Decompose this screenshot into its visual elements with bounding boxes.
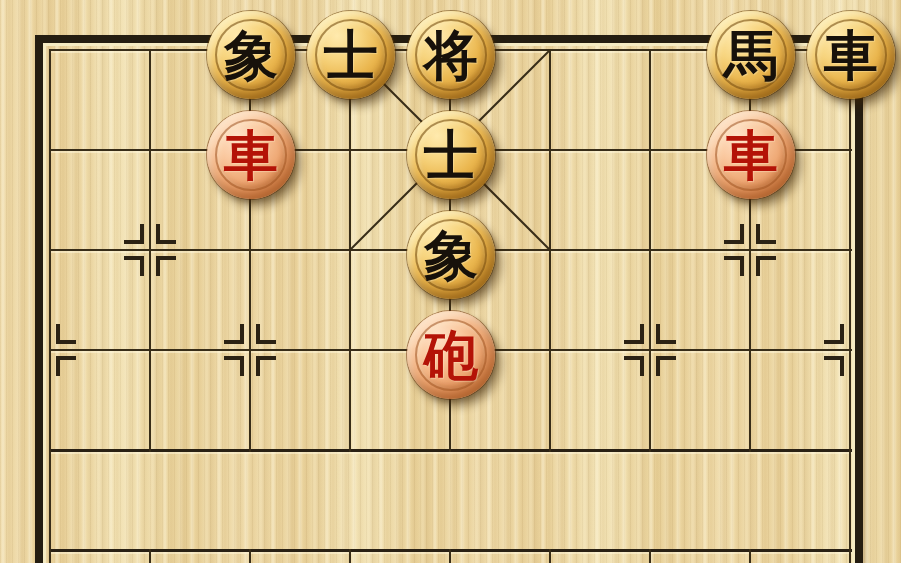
grid-vline-col-4-bottom	[449, 549, 451, 563]
marker-bracket-br	[756, 256, 776, 276]
piece-black-elephant-2[interactable]: 象	[407, 211, 495, 299]
point-marker-0-3	[24, 324, 76, 376]
piece-glyph-black-elephant-1: 象	[224, 27, 278, 83]
point-marker-2-3	[224, 324, 276, 376]
piece-glyph-black-elephant-2: 象	[424, 227, 478, 283]
marker-bracket-tr	[756, 224, 776, 244]
marker-bracket-tl	[724, 224, 744, 244]
point-marker-1-2	[124, 224, 176, 276]
grid-vline-col-2-bottom	[249, 549, 251, 563]
piece-glyph-black-advisor-1: 士	[324, 27, 378, 83]
piece-black-chariot-1[interactable]: 車	[807, 11, 895, 99]
piece-black-horse-1[interactable]: 馬	[707, 11, 795, 99]
piece-red-chariot-2[interactable]: 車	[707, 111, 795, 199]
point-marker-6-3	[624, 324, 676, 376]
marker-bracket-tr	[656, 324, 676, 344]
marker-bracket-tr	[56, 324, 76, 344]
marker-bracket-tl	[624, 324, 644, 344]
marker-bracket-bl	[224, 356, 244, 376]
piece-glyph-black-advisor-2: 士	[424, 127, 478, 183]
marker-bracket-br	[156, 256, 176, 276]
grid-vline-col-5-bottom	[549, 549, 551, 563]
point-marker-7-2	[724, 224, 776, 276]
piece-red-chariot-1[interactable]: 車	[207, 111, 295, 199]
xiangqi-board[interactable]: 象士将馬車車士車象砲	[0, 0, 901, 563]
marker-bracket-tr	[156, 224, 176, 244]
piece-glyph-red-chariot-2: 車	[724, 127, 778, 183]
piece-black-advisor-1[interactable]: 士	[307, 11, 395, 99]
grid-vline-col-0	[49, 49, 51, 563]
grid-vline-col-8	[849, 49, 851, 563]
piece-glyph-black-general: 将	[424, 27, 478, 83]
grid-vline-col-7-bottom	[749, 549, 751, 563]
marker-bracket-tl	[224, 324, 244, 344]
marker-bracket-br	[656, 356, 676, 376]
grid-vline-col-1-bottom	[149, 549, 151, 563]
piece-glyph-red-chariot-1: 車	[224, 127, 278, 183]
marker-bracket-bl	[824, 356, 844, 376]
marker-bracket-tl	[124, 224, 144, 244]
marker-bracket-tl	[824, 324, 844, 344]
piece-glyph-red-cannon-1: 砲	[424, 327, 478, 383]
point-marker-8-3	[824, 324, 876, 376]
grid-vline-col-3-bottom	[349, 549, 351, 563]
marker-bracket-br	[256, 356, 276, 376]
piece-glyph-black-horse-1: 馬	[724, 27, 778, 83]
grid-vline-col-2-top	[249, 49, 251, 452]
marker-bracket-br	[56, 356, 76, 376]
piece-black-elephant-1[interactable]: 象	[207, 11, 295, 99]
piece-black-advisor-2[interactable]: 士	[407, 111, 495, 199]
marker-bracket-bl	[624, 356, 644, 376]
marker-bracket-tr	[256, 324, 276, 344]
marker-bracket-bl	[724, 256, 744, 276]
piece-black-general[interactable]: 将	[407, 11, 495, 99]
piece-red-cannon-1[interactable]: 砲	[407, 311, 495, 399]
grid-vline-col-6-bottom	[649, 549, 651, 563]
marker-bracket-bl	[124, 256, 144, 276]
piece-glyph-black-chariot-1: 車	[824, 27, 878, 83]
grid-vline-col-6-top	[649, 49, 651, 452]
